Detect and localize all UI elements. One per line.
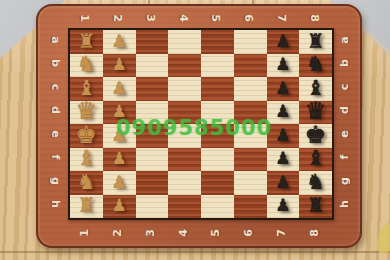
white-pawn-c2: ♟ (112, 80, 127, 97)
black-bishop-c8: ♝ (306, 77, 325, 98)
square-g4 (168, 171, 201, 195)
rank-label-bottom-7: 7 (275, 229, 286, 237)
white-pawn-b2: ♟ (112, 56, 127, 73)
square-c5 (201, 77, 234, 101)
square-g7: ♟ (267, 171, 300, 195)
file-label-left-c: c (50, 83, 61, 90)
black-pawn-h7: ♟ (275, 197, 290, 214)
white-pawn-h2: ♟ (112, 197, 127, 214)
file-label-right-d: d (339, 106, 350, 114)
square-f8: ♝ (299, 148, 332, 172)
black-pawn-f7: ♟ (275, 150, 290, 167)
square-f7: ♟ (267, 148, 300, 172)
rank-label-top-2: 2 (112, 14, 123, 22)
file-label-right-h: h (339, 200, 350, 208)
file-label-left-f: f (50, 155, 61, 160)
black-pawn-g7: ♟ (275, 174, 290, 191)
square-a1: ♜ (70, 30, 103, 54)
black-bishop-f8: ♝ (306, 148, 325, 169)
file-label-left-h: h (50, 200, 61, 208)
white-king-e1: ♚ (76, 123, 98, 147)
photo-of-chess-board: ♜♟♟♜♞♟♟♞♝♟♟♝♛♟♟♛♚♟♟♚♝♟♟♝♞♟♟♞♜♟♟♜ aabbccd… (0, 0, 390, 260)
square-h3 (136, 195, 169, 219)
square-b8: ♞ (299, 54, 332, 78)
file-label-right-b: b (339, 59, 350, 67)
square-b5 (201, 54, 234, 78)
square-f3 (136, 148, 169, 172)
square-h8: ♜ (299, 195, 332, 219)
rank-label-top-5: 5 (210, 14, 221, 22)
black-knight-b8: ♞ (306, 54, 325, 75)
square-e1: ♚ (70, 124, 103, 148)
rank-label-bottom-3: 3 (144, 229, 155, 237)
white-bishop-c1: ♝ (77, 77, 96, 98)
white-knight-g1: ♞ (77, 171, 96, 192)
square-a5 (201, 30, 234, 54)
table-plank-seam (0, 251, 390, 253)
square-g1: ♞ (70, 171, 103, 195)
square-h1: ♜ (70, 195, 103, 219)
rank-label-bottom-6: 6 (243, 229, 254, 237)
white-rook-h1: ♜ (77, 195, 95, 215)
watermark-phone-number: 0909585000 (116, 116, 272, 140)
file-label-left-e: e (50, 130, 61, 137)
file-label-right-a: a (339, 36, 350, 43)
black-pawn-e7: ♟ (275, 127, 290, 144)
square-h7: ♟ (267, 195, 300, 219)
square-a7: ♟ (267, 30, 300, 54)
square-b2: ♟ (103, 54, 136, 78)
square-b7: ♟ (267, 54, 300, 78)
square-c4 (168, 77, 201, 101)
square-a2: ♟ (103, 30, 136, 54)
square-f6 (234, 148, 267, 172)
black-pawn-b7: ♟ (275, 56, 290, 73)
square-h2: ♟ (103, 195, 136, 219)
square-b3 (136, 54, 169, 78)
rank-label-top-7: 7 (275, 14, 286, 22)
square-c3 (136, 77, 169, 101)
file-label-left-g: g (50, 177, 61, 185)
black-knight-g8: ♞ (306, 171, 325, 192)
square-h6 (234, 195, 267, 219)
square-c2: ♟ (103, 77, 136, 101)
rank-label-top-6: 6 (243, 14, 254, 22)
square-g3 (136, 171, 169, 195)
rank-label-top-3: 3 (144, 14, 155, 22)
square-c6 (234, 77, 267, 101)
square-h5 (201, 195, 234, 219)
rank-label-bottom-5: 5 (210, 229, 221, 237)
file-label-left-b: b (50, 59, 61, 67)
rank-label-top-4: 4 (177, 14, 188, 22)
white-bishop-f1: ♝ (77, 148, 96, 169)
white-queen-d1: ♛ (76, 99, 98, 123)
square-f4 (168, 148, 201, 172)
file-label-right-c: c (339, 83, 350, 90)
square-g8: ♞ (299, 171, 332, 195)
white-knight-b1: ♞ (77, 54, 96, 75)
square-a3 (136, 30, 169, 54)
rank-label-bottom-2: 2 (112, 229, 123, 237)
white-pawn-f2: ♟ (112, 150, 127, 167)
rank-label-bottom-8: 8 (308, 229, 319, 237)
rank-label-bottom-4: 4 (177, 229, 188, 237)
rank-label-top-8: 8 (308, 14, 319, 22)
file-label-right-g: g (339, 177, 350, 185)
black-rook-h8: ♜ (307, 195, 325, 215)
black-pawn-a7: ♟ (275, 33, 290, 50)
file-label-right-e: e (339, 130, 350, 137)
black-pawn-c7: ♟ (275, 80, 290, 97)
black-king-e8: ♚ (305, 123, 327, 147)
black-rook-a8: ♜ (307, 31, 325, 51)
white-pawn-g2: ♟ (112, 174, 127, 191)
square-g5 (201, 171, 234, 195)
rank-label-bottom-1: 1 (79, 229, 90, 237)
square-f1: ♝ (70, 148, 103, 172)
square-a6 (234, 30, 267, 54)
square-a4 (168, 30, 201, 54)
square-b6 (234, 54, 267, 78)
square-b1: ♞ (70, 54, 103, 78)
square-a8: ♜ (299, 30, 332, 54)
square-f5 (201, 148, 234, 172)
black-queen-d8: ♛ (305, 99, 327, 123)
file-label-left-d: d (50, 106, 61, 114)
square-f2: ♟ (103, 148, 136, 172)
file-label-left-a: a (50, 36, 61, 43)
rank-label-top-1: 1 (79, 14, 90, 22)
file-label-right-f: f (339, 155, 350, 160)
square-h4 (168, 195, 201, 219)
black-pawn-d7: ♟ (275, 103, 290, 120)
square-g2: ♟ (103, 171, 136, 195)
white-rook-a1: ♜ (77, 31, 95, 51)
square-c7: ♟ (267, 77, 300, 101)
square-e8: ♚ (299, 124, 332, 148)
white-pawn-a2: ♟ (112, 33, 127, 50)
square-g6 (234, 171, 267, 195)
square-b4 (168, 54, 201, 78)
